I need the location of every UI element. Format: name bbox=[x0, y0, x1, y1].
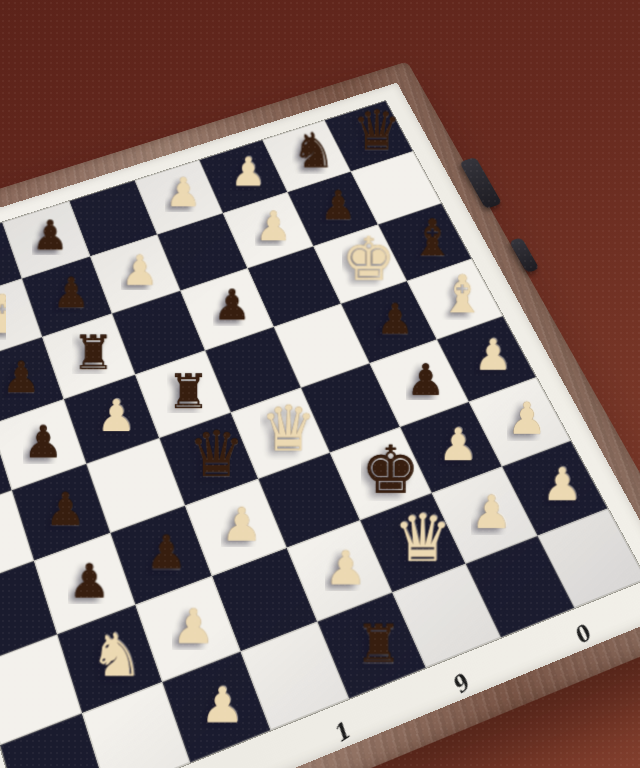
piece-white-queen[interactable]: ♛ bbox=[261, 398, 317, 461]
clasp-icon bbox=[509, 237, 540, 273]
piece-white-pawn[interactable]: ♟ bbox=[231, 152, 267, 192]
piece-white-pawn[interactable]: ♟ bbox=[474, 334, 513, 377]
piece-white-pawn[interactable]: ♟ bbox=[255, 206, 292, 247]
piece-white-queen[interactable]: ♛ bbox=[393, 506, 452, 572]
piece-black-pawn[interactable]: ♟ bbox=[213, 285, 251, 327]
piece-black-pawn[interactable]: ♟ bbox=[2, 355, 41, 399]
piece-black-pawn[interactable]: ♟ bbox=[53, 272, 91, 314]
piece-black-pawn[interactable]: ♟ bbox=[320, 185, 356, 225]
piece-black-queen[interactable]: ♛ bbox=[352, 103, 402, 158]
piece-black-pawn[interactable]: ♟ bbox=[69, 557, 111, 604]
border-label: 9 bbox=[447, 669, 475, 698]
leather-table-surface: ♛♟♟♟♞♛♟♝♟♟♟♟♝♟♜♟♚♝♟♟♜♟♝♟♛♛♟♟♟♟♟♚♟♟♞♟♟♛♟♟… bbox=[0, 0, 640, 768]
chess-board: ♛♟♟♟♞♛♟♝♟♟♟♟♝♟♜♟♚♝♟♟♜♟♝♟♛♛♟♟♟♟♟♚♟♟♞♟♟♛♟♟… bbox=[0, 61, 640, 768]
square-e4[interactable]: ♛ bbox=[231, 388, 330, 479]
piece-white-pawn[interactable]: ♟ bbox=[200, 680, 244, 729]
piece-white-pawn[interactable]: ♟ bbox=[471, 489, 512, 535]
piece-white-king[interactable]: ♚ bbox=[342, 229, 396, 289]
piece-black-rook[interactable]: ♜ bbox=[167, 367, 210, 415]
piece-white-pawn[interactable]: ♟ bbox=[166, 173, 202, 213]
border-label: 1 bbox=[328, 717, 354, 747]
piece-black-knight[interactable]: ♞ bbox=[292, 127, 336, 176]
square-d1[interactable]: ♞ bbox=[240, 621, 349, 730]
piece-white-pawn[interactable]: ♟ bbox=[221, 501, 262, 547]
piece-white-knight[interactable]: ♞ bbox=[90, 627, 143, 687]
square-f5[interactable] bbox=[274, 303, 370, 387]
piece-white-queen[interactable]: ♛ bbox=[0, 227, 10, 285]
piece-black-bishop[interactable]: ♝ bbox=[410, 212, 456, 263]
piece-black-pawn[interactable]: ♟ bbox=[45, 486, 86, 532]
piece-black-pawn[interactable]: ♟ bbox=[32, 215, 69, 256]
board-wood-frame: ♛♟♟♟♞♛♟♝♟♟♟♟♝♟♜♟♚♝♟♟♜♟♝♟♛♛♟♟♟♟♟♚♟♟♞♟♟♛♟♟… bbox=[0, 61, 640, 768]
piece-white-pawn[interactable]: ♟ bbox=[438, 422, 478, 467]
piece-white-pawn[interactable]: ♟ bbox=[542, 463, 583, 508]
piece-white-bishop[interactable]: ♝ bbox=[0, 289, 26, 342]
piece-white-pawn[interactable]: ♟ bbox=[97, 394, 137, 438]
piece-black-king[interactable]: ♚ bbox=[361, 437, 420, 503]
piece-white-pawn[interactable]: ♟ bbox=[507, 396, 547, 440]
piece-black-pawn[interactable]: ♟ bbox=[23, 419, 63, 464]
piece-black-pawn[interactable]: ♟ bbox=[406, 358, 445, 402]
clasp-icon bbox=[459, 157, 502, 209]
piece-white-pawn[interactable]: ♟ bbox=[121, 249, 158, 291]
piece-white-pawn[interactable]: ♟ bbox=[172, 603, 215, 651]
piece-black-rook[interactable]: ♜ bbox=[356, 617, 403, 670]
piece-black-knight[interactable]: ♞ bbox=[294, 702, 371, 768]
border-label: 0 bbox=[569, 620, 596, 648]
board-grid: ♛♟♟♟♞♛♟♝♟♟♟♟♝♟♜♟♚♝♟♟♜♟♝♟♛♛♟♟♟♟♟♚♟♟♞♟♟♛♟♟… bbox=[0, 100, 640, 768]
piece-black-rook[interactable]: ♜ bbox=[73, 329, 115, 376]
piece-black-queen[interactable]: ♛ bbox=[188, 423, 245, 486]
piece-white-bishop[interactable]: ♝ bbox=[440, 268, 487, 321]
piece-black-pawn[interactable]: ♟ bbox=[376, 297, 414, 339]
square-b5[interactable]: ♟ bbox=[0, 399, 86, 490]
board-paper-surface: ♛♟♟♟♞♛♟♝♟♟♟♟♝♟♜♟♚♝♟♟♜♟♝♟♛♛♟♟♟♟♟♚♟♟♞♟♟♛♟♟… bbox=[0, 83, 640, 768]
piece-black-pawn[interactable]: ♟ bbox=[146, 529, 188, 576]
piece-white-pawn[interactable]: ♟ bbox=[325, 545, 367, 592]
